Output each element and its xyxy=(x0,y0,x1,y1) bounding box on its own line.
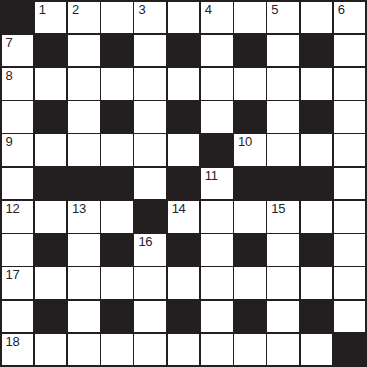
white-cell-r3c6[interactable] xyxy=(201,101,233,133)
black-cell-r1c7 xyxy=(234,35,266,67)
black-cell-r7c7 xyxy=(234,234,266,266)
white-cell-r6c10[interactable] xyxy=(334,201,366,233)
clue-number-9: 9 xyxy=(6,135,13,149)
white-cell-r6c6[interactable] xyxy=(201,201,233,233)
white-cell-r10c5[interactable] xyxy=(168,334,200,366)
black-cell-r6c4 xyxy=(134,201,166,233)
clue-number-12: 12 xyxy=(6,202,20,216)
clue-number-14: 14 xyxy=(172,202,186,216)
black-cell-r9c7 xyxy=(234,301,266,333)
white-cell-r10c0[interactable]: 18 xyxy=(2,334,34,366)
white-cell-r7c2[interactable] xyxy=(68,234,100,266)
white-cell-r8c5[interactable] xyxy=(168,267,200,299)
clue-number-6: 6 xyxy=(338,3,345,17)
white-cell-r7c6[interactable] xyxy=(201,234,233,266)
black-cell-r1c5 xyxy=(168,35,200,67)
clue-number-13: 13 xyxy=(72,202,86,216)
white-cell-r7c10[interactable] xyxy=(334,234,366,266)
clue-number-10: 10 xyxy=(238,135,252,149)
white-cell-r5c0[interactable] xyxy=(2,168,34,200)
white-cell-r10c9[interactable] xyxy=(301,334,333,366)
black-cell-r3c7 xyxy=(234,101,266,133)
white-cell-r8c4[interactable] xyxy=(134,267,166,299)
white-cell-r2c9[interactable] xyxy=(301,68,333,100)
crossword-board: 123456789101112131415161718 xyxy=(0,0,367,367)
black-cell-r1c1 xyxy=(35,35,67,67)
black-cell-r7c3 xyxy=(101,234,133,266)
white-cell-r1c6[interactable] xyxy=(201,35,233,67)
white-cell-r2c6[interactable] xyxy=(201,68,233,100)
black-cell-r9c5 xyxy=(168,301,200,333)
clue-number-15: 15 xyxy=(271,202,285,216)
white-cell-r2c8[interactable] xyxy=(267,68,299,100)
white-cell-r7c8[interactable] xyxy=(267,234,299,266)
white-cell-r4c2[interactable] xyxy=(68,134,100,166)
black-cell-r0c0 xyxy=(2,2,34,34)
white-cell-r9c4[interactable] xyxy=(134,301,166,333)
clue-number-16: 16 xyxy=(138,235,152,249)
white-cell-r6c7[interactable] xyxy=(234,201,266,233)
white-cell-r0c5[interactable] xyxy=(168,2,200,34)
white-cell-r6c2[interactable]: 13 xyxy=(68,201,100,233)
black-cell-r4c6 xyxy=(201,134,233,166)
white-cell-r8c6[interactable] xyxy=(201,267,233,299)
white-cell-r8c10[interactable] xyxy=(334,267,366,299)
white-cell-r10c4[interactable] xyxy=(134,334,166,366)
clue-number-2: 2 xyxy=(72,3,79,17)
white-cell-r9c0[interactable] xyxy=(2,301,34,333)
white-cell-r10c6[interactable] xyxy=(201,334,233,366)
clue-number-3: 3 xyxy=(138,3,145,17)
white-cell-r4c7[interactable]: 10 xyxy=(234,134,266,166)
white-cell-r0c9[interactable] xyxy=(301,2,333,34)
white-cell-r0c7[interactable] xyxy=(234,2,266,34)
white-cell-r0c3[interactable] xyxy=(101,2,133,34)
white-cell-r2c4[interactable] xyxy=(134,68,166,100)
clue-number-5: 5 xyxy=(271,3,278,17)
clue-number-8: 8 xyxy=(6,69,13,83)
black-cell-r3c1 xyxy=(35,101,67,133)
white-cell-r8c3[interactable] xyxy=(101,267,133,299)
white-cell-r2c0[interactable]: 8 xyxy=(2,68,34,100)
black-cell-r5c1 xyxy=(35,168,67,200)
white-cell-r3c4[interactable] xyxy=(134,101,166,133)
white-cell-r0c2[interactable]: 2 xyxy=(68,2,100,34)
white-cell-r6c5[interactable]: 14 xyxy=(168,201,200,233)
white-cell-r4c8[interactable] xyxy=(267,134,299,166)
black-cell-r7c5 xyxy=(168,234,200,266)
white-cell-r6c8[interactable]: 15 xyxy=(267,201,299,233)
black-cell-r3c9 xyxy=(301,101,333,133)
black-cell-r3c5 xyxy=(168,101,200,133)
black-cell-r1c9 xyxy=(301,35,333,67)
black-cell-r9c3 xyxy=(101,301,133,333)
clue-number-18: 18 xyxy=(6,335,20,349)
clue-number-1: 1 xyxy=(39,3,46,17)
white-cell-r4c3[interactable] xyxy=(101,134,133,166)
white-cell-r0c6[interactable]: 4 xyxy=(201,2,233,34)
white-cell-r2c10[interactable] xyxy=(334,68,366,100)
white-cell-r6c3[interactable] xyxy=(101,201,133,233)
clue-number-17: 17 xyxy=(6,268,20,282)
white-cell-r3c10[interactable] xyxy=(334,101,366,133)
white-cell-r10c1[interactable] xyxy=(35,334,67,366)
white-cell-r10c3[interactable] xyxy=(101,334,133,366)
white-cell-r0c8[interactable]: 5 xyxy=(267,2,299,34)
white-cell-r1c2[interactable] xyxy=(68,35,100,67)
white-cell-r8c8[interactable] xyxy=(267,267,299,299)
white-cell-r7c0[interactable] xyxy=(2,234,34,266)
white-cell-r2c5[interactable] xyxy=(168,68,200,100)
black-cell-r5c2 xyxy=(68,168,100,200)
black-cell-r9c1 xyxy=(35,301,67,333)
white-cell-r4c5[interactable] xyxy=(168,134,200,166)
clue-number-7: 7 xyxy=(6,36,13,50)
white-cell-r3c8[interactable] xyxy=(267,101,299,133)
white-cell-r9c8[interactable] xyxy=(267,301,299,333)
white-cell-r8c0[interactable]: 17 xyxy=(2,267,34,299)
white-cell-r1c8[interactable] xyxy=(267,35,299,67)
white-cell-r8c1[interactable] xyxy=(35,267,67,299)
clue-number-4: 4 xyxy=(205,3,212,17)
white-cell-r6c0[interactable]: 12 xyxy=(2,201,34,233)
white-cell-r7c4[interactable]: 16 xyxy=(134,234,166,266)
white-cell-r10c7[interactable] xyxy=(234,334,266,366)
white-cell-r8c7[interactable] xyxy=(234,267,266,299)
black-cell-r10c10 xyxy=(334,334,366,366)
white-cell-r4c1[interactable] xyxy=(35,134,67,166)
white-cell-r5c10[interactable] xyxy=(334,168,366,200)
white-cell-r1c0[interactable]: 7 xyxy=(2,35,34,67)
black-cell-r7c9 xyxy=(301,234,333,266)
white-cell-r1c4[interactable] xyxy=(134,35,166,67)
white-cell-r2c2[interactable] xyxy=(68,68,100,100)
white-cell-r4c4[interactable] xyxy=(134,134,166,166)
white-cell-r3c2[interactable] xyxy=(68,101,100,133)
white-cell-r8c2[interactable] xyxy=(68,267,100,299)
white-cell-r6c1[interactable] xyxy=(35,201,67,233)
black-cell-r9c9 xyxy=(301,301,333,333)
black-cell-r5c5 xyxy=(168,168,200,200)
white-cell-r0c1[interactable]: 1 xyxy=(35,2,67,34)
white-cell-r9c6[interactable] xyxy=(201,301,233,333)
black-cell-r1c3 xyxy=(101,35,133,67)
black-cell-r7c1 xyxy=(35,234,67,266)
black-cell-r5c7 xyxy=(234,168,266,200)
white-cell-r10c2[interactable] xyxy=(68,334,100,366)
white-cell-r0c4[interactable]: 3 xyxy=(134,2,166,34)
black-cell-r3c3 xyxy=(101,101,133,133)
white-cell-r9c10[interactable] xyxy=(334,301,366,333)
white-cell-r2c7[interactable] xyxy=(234,68,266,100)
white-cell-r1c10[interactable] xyxy=(334,35,366,67)
white-cell-r4c9[interactable] xyxy=(301,134,333,166)
white-cell-r5c4[interactable] xyxy=(134,168,166,200)
white-cell-r4c0[interactable]: 9 xyxy=(2,134,34,166)
white-cell-r8c9[interactable] xyxy=(301,267,333,299)
black-cell-r5c9 xyxy=(301,168,333,200)
black-cell-r5c8 xyxy=(267,168,299,200)
white-cell-r3c0[interactable] xyxy=(2,101,34,133)
white-cell-r2c1[interactable] xyxy=(35,68,67,100)
white-cell-r2c3[interactable] xyxy=(101,68,133,100)
clue-number-11: 11 xyxy=(205,169,218,183)
white-cell-r9c2[interactable] xyxy=(68,301,100,333)
white-cell-r6c9[interactable] xyxy=(301,201,333,233)
white-cell-r5c6[interactable]: 11 xyxy=(201,168,233,200)
black-cell-r5c3 xyxy=(101,168,133,200)
white-cell-r10c8[interactable] xyxy=(267,334,299,366)
white-cell-r4c10[interactable] xyxy=(334,134,366,166)
white-cell-r0c10[interactable]: 6 xyxy=(334,2,366,34)
